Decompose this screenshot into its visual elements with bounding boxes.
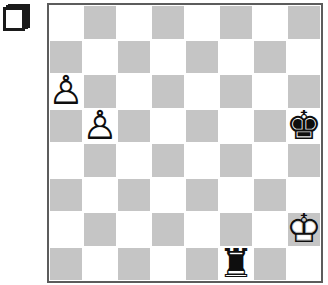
square-g5[interactable] [253, 109, 287, 144]
white-pawn-icon: ♙ [82, 105, 118, 145]
square-d8[interactable] [151, 5, 185, 40]
square-g1[interactable] [253, 247, 287, 282]
square-g4[interactable] [253, 143, 287, 178]
square-c6[interactable] [117, 74, 151, 109]
square-f7[interactable] [219, 40, 253, 75]
square-e6[interactable] [185, 74, 219, 109]
square-a1[interactable] [49, 247, 83, 282]
square-h7[interactable] [287, 40, 321, 75]
square-e3[interactable] [185, 178, 219, 213]
black-rook-icon: ♜ [218, 243, 254, 283]
square-d5[interactable] [151, 109, 185, 144]
square-h5[interactable]: ♚ [287, 109, 321, 144]
black-rook-f1[interactable]: ♜ [219, 247, 253, 282]
square-e4[interactable] [185, 143, 219, 178]
square-d1[interactable] [151, 247, 185, 282]
square-a2[interactable] [49, 212, 83, 247]
square-h8[interactable] [287, 5, 321, 40]
square-f5[interactable] [219, 109, 253, 144]
square-e1[interactable] [185, 247, 219, 282]
square-g7[interactable] [253, 40, 287, 75]
square-f3[interactable] [219, 178, 253, 213]
white-to-move-indicator [3, 4, 31, 32]
black-king-h5[interactable]: ♚ [287, 109, 321, 144]
square-g8[interactable] [253, 5, 287, 40]
square-b8[interactable] [83, 5, 117, 40]
square-d7[interactable] [151, 40, 185, 75]
square-b3[interactable] [83, 178, 117, 213]
square-a6[interactable]: ♟♙ [49, 74, 83, 109]
square-d3[interactable] [151, 178, 185, 213]
square-b7[interactable] [83, 40, 117, 75]
square-a3[interactable] [49, 178, 83, 213]
square-c1[interactable] [117, 247, 151, 282]
square-e7[interactable] [185, 40, 219, 75]
square-c2[interactable] [117, 212, 151, 247]
square-c5[interactable] [117, 109, 151, 144]
square-h4[interactable] [287, 143, 321, 178]
square-b1[interactable] [83, 247, 117, 282]
square-f1[interactable]: ♜ [219, 247, 253, 282]
square-a5[interactable] [49, 109, 83, 144]
square-g3[interactable] [253, 178, 287, 213]
square-c8[interactable] [117, 5, 151, 40]
square-a4[interactable] [49, 143, 83, 178]
square-f4[interactable] [219, 143, 253, 178]
square-h1[interactable] [287, 247, 321, 282]
square-f8[interactable] [219, 5, 253, 40]
white-pawn-a6[interactable]: ♟♙ [49, 74, 83, 109]
square-a8[interactable] [49, 5, 83, 40]
square-c4[interactable] [117, 143, 151, 178]
square-e2[interactable] [185, 212, 219, 247]
square-b2[interactable] [83, 212, 117, 247]
square-d2[interactable] [151, 212, 185, 247]
square-h2[interactable]: ♚♔ [287, 212, 321, 247]
square-e8[interactable] [185, 5, 219, 40]
square-c7[interactable] [117, 40, 151, 75]
square-b5[interactable]: ♟♙ [83, 109, 117, 144]
square-e5[interactable] [185, 109, 219, 144]
white-square-icon [3, 7, 25, 31]
square-f6[interactable] [219, 74, 253, 109]
square-b4[interactable] [83, 143, 117, 178]
white-pawn-icon: ♙ [48, 70, 84, 110]
chess-board: ♟♙♟♙♚♚♔♜ [47, 3, 323, 283]
square-d6[interactable] [151, 74, 185, 109]
square-g2[interactable] [253, 212, 287, 247]
black-king-icon: ♚ [286, 105, 322, 145]
square-c3[interactable] [117, 178, 151, 213]
white-king-icon: ♔ [286, 208, 322, 248]
white-pawn-b5[interactable]: ♟♙ [83, 109, 117, 144]
white-king-h2[interactable]: ♚♔ [287, 212, 321, 247]
square-g6[interactable] [253, 74, 287, 109]
square-d4[interactable] [151, 143, 185, 178]
